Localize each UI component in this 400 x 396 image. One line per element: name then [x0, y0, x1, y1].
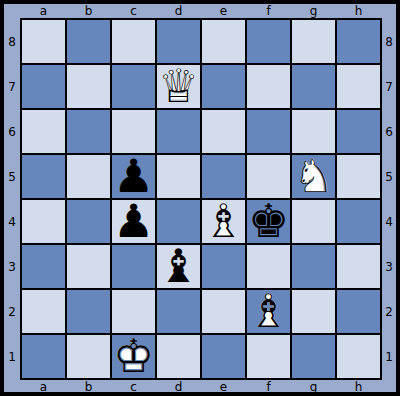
square-h1[interactable] [337, 335, 380, 378]
square-d2[interactable] [157, 290, 200, 333]
chess-diagram: abcdefgh abcdefgh 87654321 87654321 ♛♕♟♞… [0, 0, 400, 396]
square-d7[interactable]: ♛♕ [157, 65, 200, 108]
white-queen-d7[interactable]: ♛♕ [157, 65, 200, 108]
file-label-bottom-c: c [112, 380, 155, 394]
square-e2[interactable] [202, 290, 245, 333]
rank-label-right-1: 1 [382, 335, 396, 378]
rank-labels-left: 87654321 [4, 20, 20, 378]
square-c3[interactable] [112, 245, 155, 288]
square-d3[interactable]: ♝ [157, 245, 200, 288]
square-h3[interactable] [337, 245, 380, 288]
square-e7[interactable] [202, 65, 245, 108]
rank-label-left-5: 5 [4, 155, 20, 198]
square-b5[interactable] [67, 155, 110, 198]
rank-label-right-4: 4 [382, 200, 396, 243]
square-f2[interactable]: ♝♗ [247, 290, 290, 333]
square-b7[interactable] [67, 65, 110, 108]
square-f8[interactable] [247, 20, 290, 63]
square-d1[interactable] [157, 335, 200, 378]
square-c2[interactable] [112, 290, 155, 333]
square-g1[interactable] [292, 335, 335, 378]
square-f4[interactable]: ♚ [247, 200, 290, 243]
black-bishop-d3[interactable]: ♝ [157, 245, 200, 288]
square-f6[interactable] [247, 110, 290, 153]
square-a7[interactable] [22, 65, 65, 108]
square-g4[interactable] [292, 200, 335, 243]
file-label-bottom-f: f [247, 380, 290, 394]
square-f7[interactable] [247, 65, 290, 108]
file-label-bottom-d: d [157, 380, 200, 394]
file-label-bottom-a: a [22, 380, 65, 394]
square-b6[interactable] [67, 110, 110, 153]
square-c7[interactable] [112, 65, 155, 108]
square-g5[interactable]: ♞♘ [292, 155, 335, 198]
white-bishop-e4[interactable]: ♝♗ [202, 200, 245, 243]
rank-label-right-5: 5 [382, 155, 396, 198]
square-b8[interactable] [67, 20, 110, 63]
rank-label-left-2: 2 [4, 290, 20, 333]
square-e8[interactable] [202, 20, 245, 63]
rank-label-left-4: 4 [4, 200, 20, 243]
square-a5[interactable] [22, 155, 65, 198]
square-e4[interactable]: ♝♗ [202, 200, 245, 243]
file-labels-top: abcdefgh [22, 4, 380, 18]
file-label-bottom-h: h [337, 380, 380, 394]
square-g6[interactable] [292, 110, 335, 153]
file-label-top-g: g [292, 4, 335, 18]
square-h6[interactable] [337, 110, 380, 153]
file-label-top-f: f [247, 4, 290, 18]
square-h4[interactable] [337, 200, 380, 243]
rank-label-right-7: 7 [382, 65, 396, 108]
square-a2[interactable] [22, 290, 65, 333]
square-h7[interactable] [337, 65, 380, 108]
square-d5[interactable] [157, 155, 200, 198]
file-label-top-a: a [22, 4, 65, 18]
square-a4[interactable] [22, 200, 65, 243]
square-b4[interactable] [67, 200, 110, 243]
file-label-top-c: c [112, 4, 155, 18]
square-d6[interactable] [157, 110, 200, 153]
square-g2[interactable] [292, 290, 335, 333]
white-knight-g5[interactable]: ♞♘ [292, 155, 335, 198]
square-c6[interactable] [112, 110, 155, 153]
rank-label-left-6: 6 [4, 110, 20, 153]
rank-label-left-7: 7 [4, 65, 20, 108]
square-e5[interactable] [202, 155, 245, 198]
board-margin: abcdefgh abcdefgh 87654321 87654321 ♛♕♟♞… [4, 4, 396, 392]
file-label-bottom-e: e [202, 380, 245, 394]
square-g7[interactable] [292, 65, 335, 108]
square-g3[interactable] [292, 245, 335, 288]
board: ♛♕♟♞♘♟♝♗♚♝♝♗♚♔ [20, 18, 382, 380]
square-g8[interactable] [292, 20, 335, 63]
rank-label-right-3: 3 [382, 245, 396, 288]
rank-label-left-3: 3 [4, 245, 20, 288]
square-h8[interactable] [337, 20, 380, 63]
rank-label-right-8: 8 [382, 20, 396, 63]
square-f3[interactable] [247, 245, 290, 288]
file-label-top-e: e [202, 4, 245, 18]
square-f1[interactable] [247, 335, 290, 378]
square-b1[interactable] [67, 335, 110, 378]
file-labels-bottom: abcdefgh [22, 380, 380, 392]
rank-label-left-8: 8 [4, 20, 20, 63]
black-pawn-c4[interactable]: ♟ [112, 200, 155, 243]
square-d8[interactable] [157, 20, 200, 63]
square-c4[interactable]: ♟ [112, 200, 155, 243]
square-c1[interactable]: ♚♔ [112, 335, 155, 378]
square-a6[interactable] [22, 110, 65, 153]
rank-labels-right: 87654321 [382, 20, 396, 378]
square-e3[interactable] [202, 245, 245, 288]
rank-label-right-6: 6 [382, 110, 396, 153]
file-label-bottom-g: g [292, 380, 335, 394]
square-b2[interactable] [67, 290, 110, 333]
square-a8[interactable] [22, 20, 65, 63]
file-label-top-b: b [67, 4, 110, 18]
square-a1[interactable] [22, 335, 65, 378]
rank-label-right-2: 2 [382, 290, 396, 333]
square-h2[interactable] [337, 290, 380, 333]
square-f5[interactable] [247, 155, 290, 198]
square-b3[interactable] [67, 245, 110, 288]
square-e6[interactable] [202, 110, 245, 153]
square-c8[interactable] [112, 20, 155, 63]
square-e1[interactable] [202, 335, 245, 378]
square-a3[interactable] [22, 245, 65, 288]
square-d4[interactable] [157, 200, 200, 243]
rank-label-left-1: 1 [4, 335, 20, 378]
white-king-c1[interactable]: ♚♔ [112, 335, 155, 378]
file-label-bottom-b: b [67, 380, 110, 394]
file-label-top-d: d [157, 4, 200, 18]
file-label-top-h: h [337, 4, 380, 18]
white-bishop-f2[interactable]: ♝♗ [247, 290, 290, 333]
black-pawn-c5[interactable]: ♟ [112, 155, 155, 198]
square-h5[interactable] [337, 155, 380, 198]
black-king-f4[interactable]: ♚ [247, 200, 290, 243]
square-c5[interactable]: ♟ [112, 155, 155, 198]
